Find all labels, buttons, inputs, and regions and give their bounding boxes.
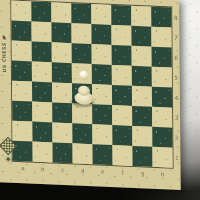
square-d8[interactable]: [71, 3, 91, 24]
square-d4[interactable]: [72, 83, 92, 104]
chess-board: ♞ US CHESS abcdefgh 87654321: [0, 0, 181, 190]
square-h3[interactable]: [152, 107, 172, 128]
square-h5[interactable]: [152, 67, 172, 88]
file-label-a: a: [12, 163, 33, 173]
file-label-b: b: [32, 164, 53, 174]
square-a7[interactable]: [11, 21, 31, 42]
square-g8[interactable]: [131, 6, 151, 27]
file-label-d: d: [72, 166, 93, 176]
square-h6[interactable]: [152, 47, 172, 68]
rank-label-6: 6: [172, 47, 181, 68]
rank-label-2: 2: [172, 127, 181, 148]
rank-label-5: 5: [172, 67, 181, 88]
square-c3[interactable]: [52, 102, 72, 123]
board-grid: [11, 1, 172, 168]
white-pawn[interactable]: [72, 68, 96, 107]
square-e1[interactable]: [92, 144, 112, 165]
rank-label-4: 4: [172, 87, 181, 108]
checkered-diamond-logo-small: [5, 156, 12, 163]
square-e7[interactable]: [91, 24, 111, 45]
square-d2[interactable]: [72, 123, 92, 144]
square-a3[interactable]: [12, 101, 32, 122]
square-f8[interactable]: [111, 5, 131, 26]
square-b2[interactable]: [32, 122, 52, 143]
square-b7[interactable]: [31, 21, 51, 42]
rank-label-3: 3: [172, 107, 181, 128]
square-c5[interactable]: [52, 62, 72, 83]
rank-label-8: 8: [171, 7, 180, 28]
square-c4[interactable]: [52, 82, 72, 103]
square-f5[interactable]: [112, 65, 132, 86]
square-f7[interactable]: [111, 25, 131, 46]
square-f2[interactable]: [112, 125, 132, 146]
square-a8[interactable]: [11, 1, 31, 22]
square-e6[interactable]: [92, 44, 112, 65]
square-c8[interactable]: [51, 2, 71, 23]
square-g3[interactable]: [132, 106, 152, 127]
square-f6[interactable]: [112, 45, 132, 66]
square-f1[interactable]: [112, 145, 132, 166]
brand-text: US CHESS: [2, 42, 7, 72]
square-b3[interactable]: [32, 102, 52, 123]
square-e8[interactable]: [91, 4, 111, 25]
knight-crest-icon: ♞: [1, 34, 6, 40]
rank-label-7: 7: [171, 27, 180, 48]
square-b4[interactable]: [32, 82, 52, 103]
pawn-head: [80, 71, 89, 80]
square-h7[interactable]: [151, 27, 171, 48]
square-h2[interactable]: [152, 127, 172, 148]
square-d1[interactable]: [72, 143, 92, 164]
square-g4[interactable]: [132, 86, 152, 107]
board-tilt-wrapper: ♞ US CHESS abcdefgh 87654321: [0, 0, 181, 190]
square-a4[interactable]: [12, 81, 32, 102]
square-c7[interactable]: [51, 22, 71, 43]
file-label-e: e: [92, 167, 113, 177]
square-g7[interactable]: [131, 26, 151, 47]
square-c6[interactable]: [52, 42, 72, 63]
square-c1[interactable]: [53, 142, 73, 163]
square-a5[interactable]: [12, 61, 32, 82]
square-h4[interactable]: [152, 87, 172, 108]
file-label-h: h: [152, 169, 173, 179]
square-d6[interactable]: [72, 43, 92, 64]
square-a2[interactable]: [12, 121, 32, 142]
square-h1[interactable]: [152, 147, 172, 168]
rank-label-1: 1: [173, 147, 182, 168]
rank-labels: 87654321: [172, 8, 180, 169]
file-label-g: g: [132, 168, 153, 178]
pawn-collar: [78, 86, 90, 97]
square-g2[interactable]: [132, 126, 152, 147]
square-g6[interactable]: [132, 46, 152, 67]
square-h8[interactable]: [151, 7, 171, 28]
file-label-f: f: [112, 168, 133, 178]
file-label-c: c: [52, 165, 73, 175]
square-e2[interactable]: [92, 124, 112, 145]
square-a6[interactable]: [12, 41, 32, 62]
square-f3[interactable]: [112, 105, 132, 126]
square-g5[interactable]: [132, 66, 152, 87]
square-b8[interactable]: [31, 1, 51, 22]
square-b6[interactable]: [32, 41, 52, 62]
playing-area-frame: [10, 0, 173, 169]
board-brand: ♞ US CHESS: [0, 34, 10, 91]
square-b1[interactable]: [33, 142, 53, 163]
square-b5[interactable]: [32, 61, 52, 82]
square-c2[interactable]: [52, 122, 72, 143]
photo-of-chess-board: ♞ US CHESS abcdefgh 87654321: [0, 0, 200, 200]
square-f4[interactable]: [112, 85, 132, 106]
square-g1[interactable]: [132, 146, 152, 167]
square-d7[interactable]: [71, 23, 91, 44]
